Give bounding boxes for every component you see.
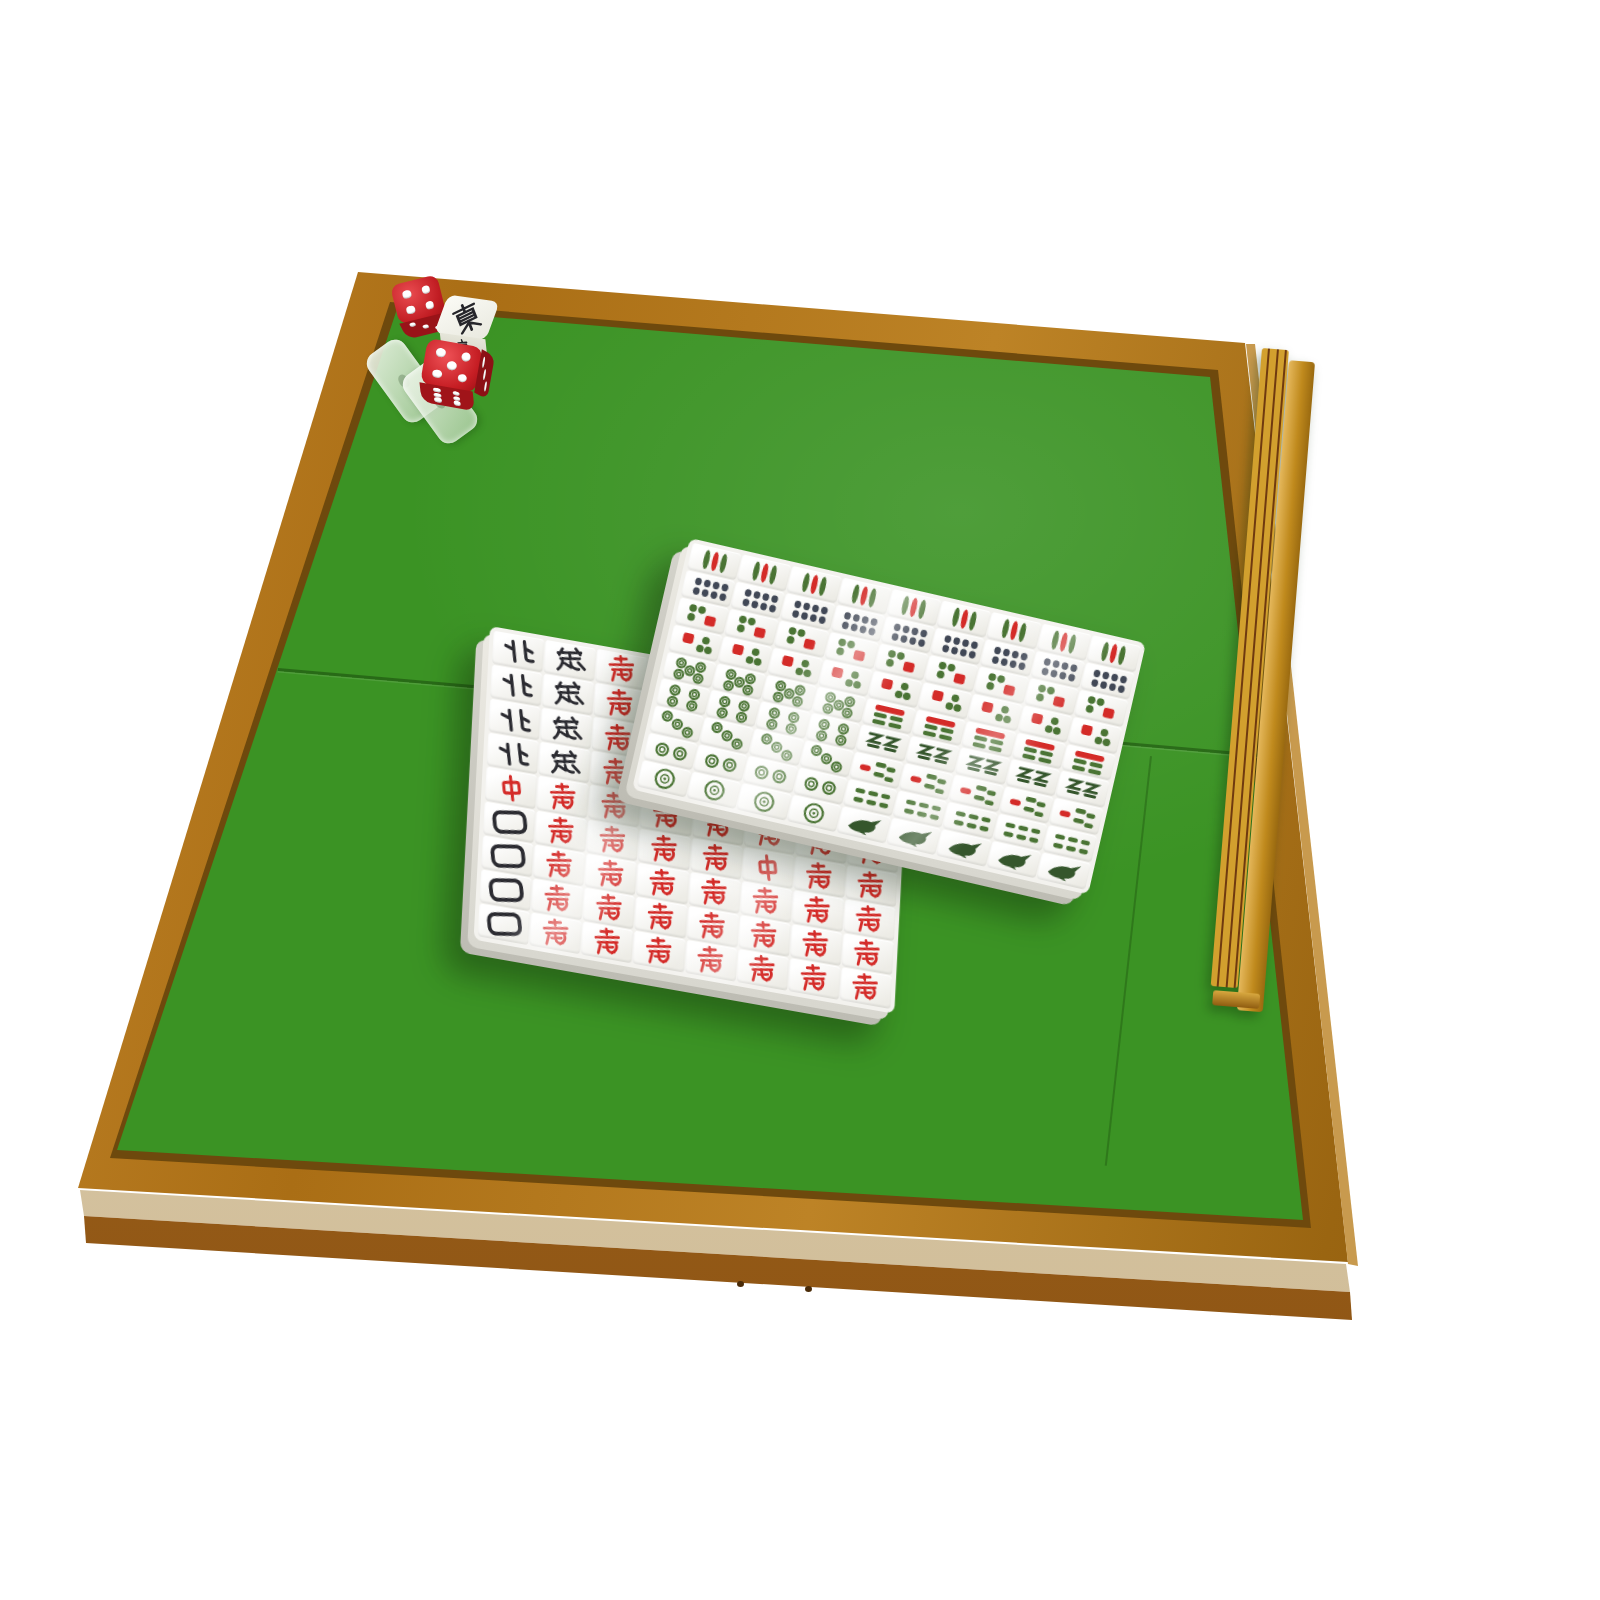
die-pip bbox=[484, 381, 488, 392]
screw-hole bbox=[805, 1286, 812, 1292]
die-pip bbox=[421, 285, 431, 294]
die-pip bbox=[483, 369, 487, 380]
screw-hole bbox=[737, 1281, 744, 1287]
die-pip bbox=[481, 357, 485, 368]
die-pip bbox=[453, 400, 461, 406]
east-kanji-icon bbox=[444, 295, 489, 340]
mahjong-table-product-photo bbox=[0, 0, 1600, 1600]
die-pip bbox=[432, 369, 443, 379]
rack-foot bbox=[1212, 990, 1260, 1009]
die-pip bbox=[422, 323, 430, 328]
die-pip bbox=[435, 348, 446, 358]
die-pip bbox=[424, 300, 434, 309]
die-pip bbox=[406, 305, 416, 314]
die-pip bbox=[402, 289, 412, 298]
die-pip bbox=[457, 373, 468, 383]
die-pip bbox=[446, 360, 457, 370]
die-pip bbox=[461, 352, 472, 362]
die-pip bbox=[434, 397, 442, 403]
die-pip bbox=[409, 322, 417, 327]
